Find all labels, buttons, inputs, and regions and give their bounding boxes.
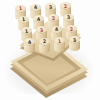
numbered-peg[interactable]: 2 (39, 38, 50, 54)
peg-number: 3 (35, 26, 47, 34)
numbered-peg[interactable]: 4 (24, 38, 35, 54)
peg-number: 1 (20, 27, 32, 35)
peg-number: 3 (68, 36, 80, 44)
peg-number: 3 (44, 3, 56, 11)
product-photo-scene: 1432142313424213 (0, 0, 100, 100)
peg-number: 4 (32, 15, 44, 23)
peg-number: 2 (47, 14, 59, 22)
peg-number: 4 (23, 38, 35, 46)
peg-number: 1 (53, 37, 65, 45)
numbered-peg[interactable]: 3 (69, 36, 80, 52)
peg-number: 2 (59, 2, 71, 10)
numbered-peg[interactable]: 1 (54, 37, 65, 53)
peg-number: 2 (65, 25, 77, 33)
